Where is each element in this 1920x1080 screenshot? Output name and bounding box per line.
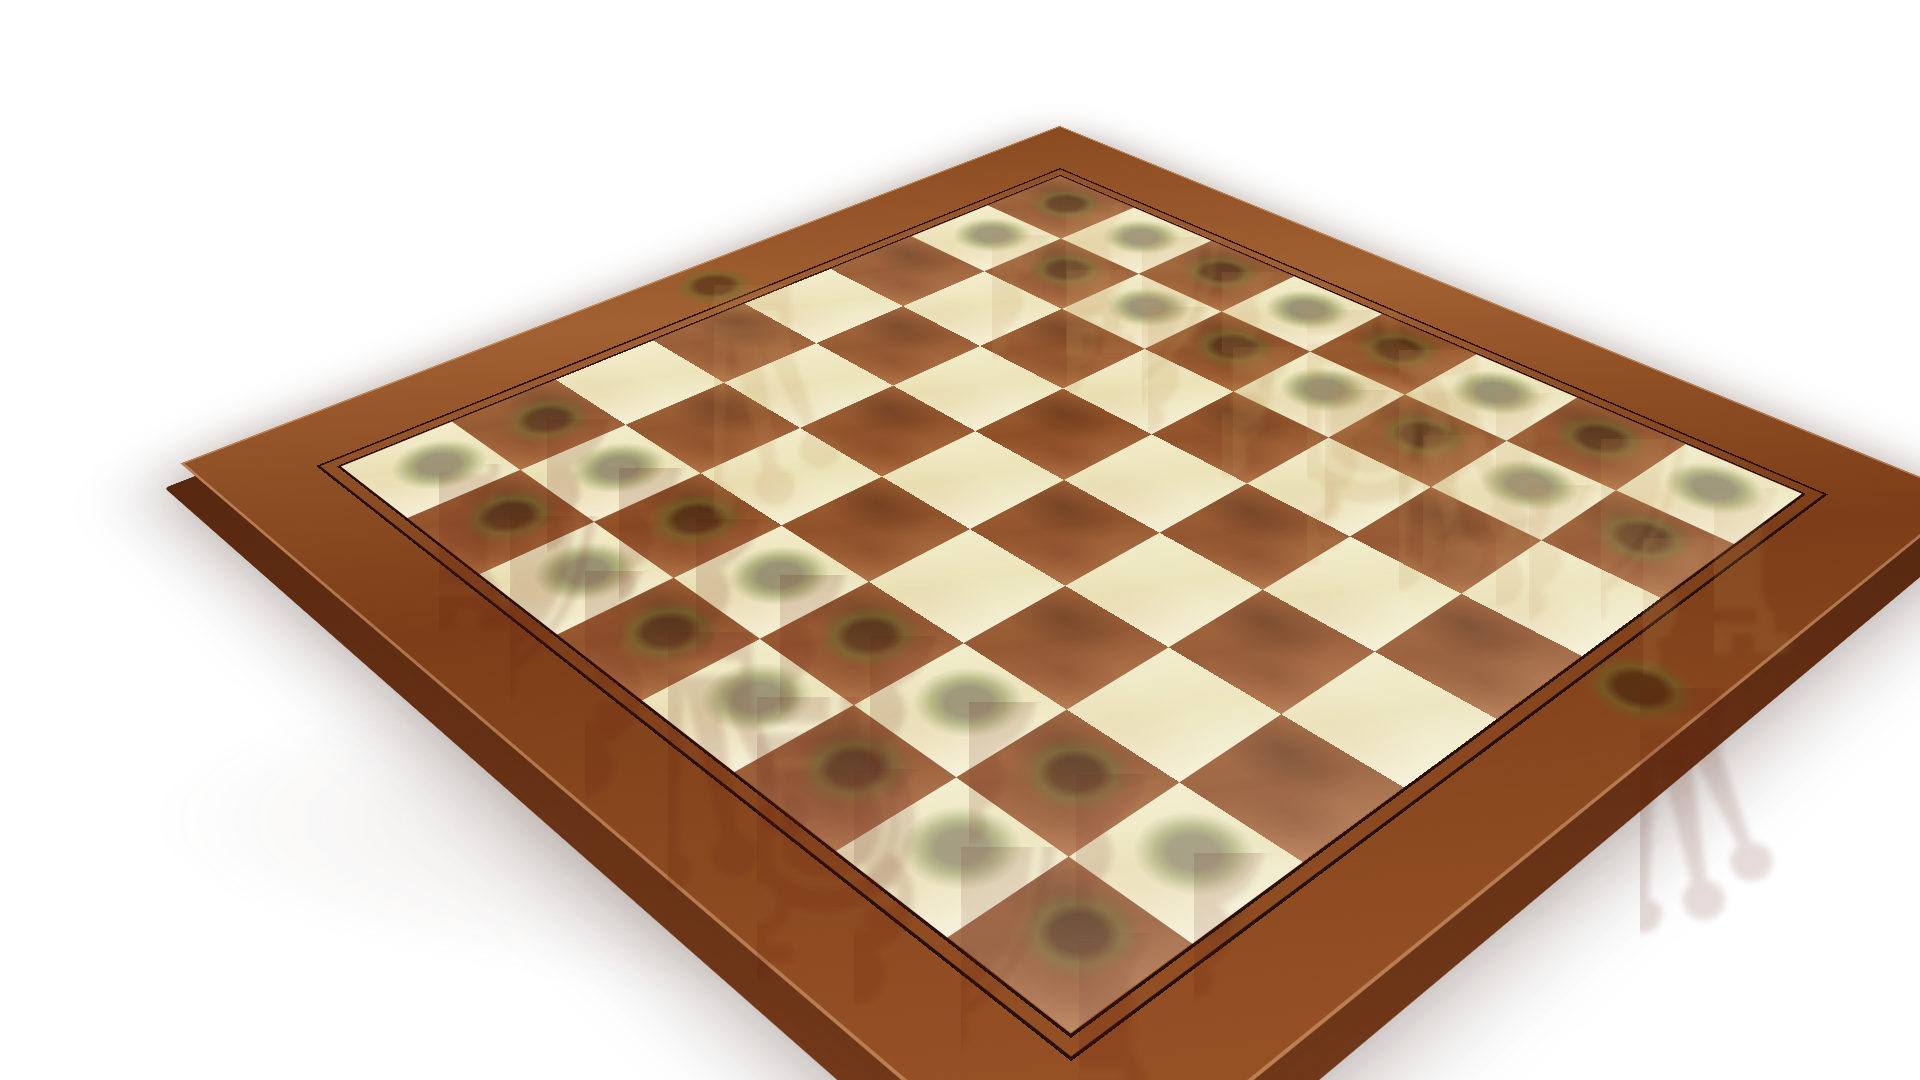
red-rook-glyph: ♜ bbox=[652, 657, 1508, 951]
square-a8[interactable]: ♜♜ bbox=[947, 856, 1192, 1033]
photo-stage: ♜♜♞♞♝♝♚♚♛♛♝♝♞♞♜♜♟♟♟♟♟♟♟♟♟♟♟♟♟♟♟♟♟♟♟♟♟♟♟♟… bbox=[0, 0, 1920, 1080]
board-scene: ♜♜♞♞♝♝♚♚♛♛♝♝♞♞♜♜♟♟♟♟♟♟♟♟♟♟♟♟♟♟♟♟♟♟♟♟♟♟♟♟… bbox=[0, 0, 1920, 1080]
chess-board: ♜♜♞♞♝♝♚♚♛♛♝♝♞♞♜♜♟♟♟♟♟♟♟♟♟♟♟♟♟♟♟♟♟♟♟♟♟♟♟♟… bbox=[180, 126, 1920, 1080]
